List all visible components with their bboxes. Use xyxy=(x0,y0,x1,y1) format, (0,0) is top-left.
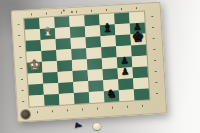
white-bishop-b7: ♝ xyxy=(42,25,53,38)
square-g1 xyxy=(119,89,135,101)
square-h1 xyxy=(134,88,150,100)
board-logo-stamp xyxy=(21,110,31,120)
border-speck xyxy=(63,9,65,11)
black-king-h6: ♚ xyxy=(131,29,144,44)
border-coordinate-marks-bottom xyxy=(37,104,157,113)
square-a1 xyxy=(29,95,45,107)
white-king-a4: ♚ xyxy=(28,57,41,72)
square-d1 xyxy=(74,92,90,104)
black-pawn-g4: ♟ xyxy=(120,56,129,65)
border-coordinate-marks-left xyxy=(18,24,25,112)
photo-scene: ♝♚♝♟♚♟♟♞ ♟ xyxy=(0,0,200,133)
square-c1 xyxy=(59,93,75,105)
border-speck xyxy=(71,11,73,13)
black-knight-f1: ♞ xyxy=(106,88,117,100)
border-coordinate-marks-right xyxy=(151,16,158,104)
captured-white-pawn-top-view xyxy=(93,123,101,130)
chess-board: ♝♚♝♟♚♟♟♞ xyxy=(11,2,168,123)
black-bishop-f7: ♝ xyxy=(102,21,113,34)
captured-black-pawn-fallen: ♟ xyxy=(73,121,83,131)
square-e1 xyxy=(89,91,105,103)
black-pawn-g3: ♟ xyxy=(121,67,130,76)
square-b1 xyxy=(44,94,60,106)
